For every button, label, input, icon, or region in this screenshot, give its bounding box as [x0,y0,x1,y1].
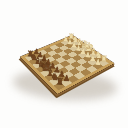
chess-set-photo: ♜♞♝♛♚♝♞♜♟♟♟♟♟♟♟♟♟♟♟♟♟♟♟♟♜♞♝♛♚♝♞♜ [0,0,128,128]
black-rook-icon: ♜ [51,76,69,87]
white-pawn-icon: ♟ [90,58,106,67]
